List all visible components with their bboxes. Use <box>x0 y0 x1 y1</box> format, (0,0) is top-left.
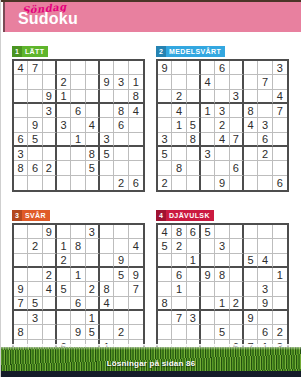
sudoku-cell-empty <box>129 225 143 239</box>
sudoku-cell-empty <box>129 118 143 132</box>
sudoku-cell-empty <box>14 239 28 253</box>
sudoku-cell-empty <box>100 225 114 239</box>
sudoku-cell-empty <box>129 161 143 175</box>
sudoku-cell-empty <box>14 75 28 89</box>
sudoku-cell-given: 2 <box>114 325 128 339</box>
sudoku-cell-given: 6 <box>14 133 28 147</box>
sudoku-cell-empty <box>129 133 143 147</box>
sudoku-cell-empty <box>258 161 272 175</box>
sudoku-cell-given: 6 <box>258 325 272 339</box>
sudoku-cell-empty <box>172 61 186 75</box>
sudoku-cell-empty <box>273 282 287 296</box>
solutions-note: Lösningar på sidan 86 <box>1 359 301 368</box>
sudoku-cell-given: 9 <box>71 325 85 339</box>
sudoku-cell-empty <box>244 161 258 175</box>
sudoku-cell-given: 8 <box>215 268 229 282</box>
sudoku-cell-given: 6 <box>215 61 229 75</box>
badge-number: 2 <box>156 46 166 57</box>
sudoku-cell-given: 8 <box>100 282 114 296</box>
sudoku-cell-empty <box>158 118 172 132</box>
sudoku-cell-empty <box>28 147 42 161</box>
sudoku-cell-empty <box>43 254 57 268</box>
sudoku-cell-empty <box>129 61 143 75</box>
bottom-bar <box>1 371 301 377</box>
sudoku-cell-empty <box>86 133 100 147</box>
sudoku-cell-given: 4 <box>100 297 114 311</box>
sudoku-cell-empty <box>57 268 71 282</box>
sudoku-cell-empty <box>28 225 42 239</box>
sudoku-cell-given: 2 <box>172 90 186 104</box>
sudoku-cell-empty <box>244 147 258 161</box>
sudoku-cell-given: 8 <box>244 104 258 118</box>
sudoku-cell-empty <box>187 239 201 253</box>
sudoku-cell-empty <box>172 254 186 268</box>
sudoku-cell-given: 4 <box>273 90 287 104</box>
sudoku-cell-empty <box>86 239 100 253</box>
sudoku-cell-empty <box>187 268 201 282</box>
badge-label: LÄTT <box>22 46 48 57</box>
sudoku-cell-empty <box>258 268 272 282</box>
sudoku-cell-empty <box>258 176 272 190</box>
difficulty-badge-3: 3SVÅR <box>12 210 50 221</box>
sudoku-cell-empty <box>129 297 143 311</box>
grass-fade <box>1 344 301 350</box>
sudoku-cell-empty <box>100 254 114 268</box>
sudoku-cell-given: 9 <box>114 254 128 268</box>
sudoku-cell-empty <box>71 90 85 104</box>
sudoku-cell-empty <box>100 90 114 104</box>
sudoku-cell-given: 1 <box>57 239 71 253</box>
sudoku-cell-empty <box>158 104 172 118</box>
sudoku-cell-empty <box>14 104 28 118</box>
sudoku-board-4: 486552315469811381297395626713 <box>156 223 289 356</box>
sudoku-cell-empty <box>57 311 71 325</box>
sudoku-cell-empty <box>28 254 42 268</box>
sudoku-cell-empty <box>86 268 100 282</box>
sudoku-cell-given: 3 <box>230 90 244 104</box>
sudoku-cell-empty <box>57 161 71 175</box>
sudoku-cell-empty <box>158 75 172 89</box>
sudoku-cell-given: 7 <box>230 133 244 147</box>
sudoku-cell-given: 2 <box>273 325 287 339</box>
sudoku-cell-given: 2 <box>57 75 71 89</box>
sudoku-cell-empty <box>273 225 287 239</box>
puzzle-3-hard: 3SVÅR 932184292159945287756431895261 <box>12 204 145 356</box>
sudoku-cell-given: 2 <box>158 176 172 190</box>
sudoku-cell-given: 8 <box>114 104 128 118</box>
sudoku-cell-given: 9 <box>201 268 215 282</box>
sudoku-cell-empty <box>14 254 28 268</box>
sudoku-cell-empty <box>43 75 57 89</box>
sudoku-cell-empty <box>187 61 201 75</box>
sudoku-cell-empty <box>201 90 215 104</box>
sudoku-cell-empty <box>129 147 143 161</box>
sudoku-cell-given: 4 <box>244 118 258 132</box>
sudoku-cell-given: 5 <box>86 325 100 339</box>
sudoku-cell-empty <box>43 147 57 161</box>
sudoku-cell-given: 3 <box>258 118 272 132</box>
sudoku-cell-empty <box>258 90 272 104</box>
sudoku-cell-given: 6 <box>230 161 244 175</box>
sudoku-cell-empty <box>129 254 143 268</box>
sudoku-cell-given: 8 <box>158 297 172 311</box>
sudoku-cell-given: 4 <box>43 282 57 296</box>
sudoku-cell-empty <box>129 311 143 325</box>
sudoku-cell-given: 6 <box>71 297 85 311</box>
sudoku-cell-given: 2 <box>28 239 42 253</box>
sudoku-board-3: 932184292159945287756431895261 <box>12 223 145 356</box>
sudoku-cell-empty <box>86 254 100 268</box>
sudoku-cell-given: 2 <box>86 282 100 296</box>
sudoku-cell-empty <box>100 61 114 75</box>
sudoku-cell-given: 8 <box>172 161 186 175</box>
sudoku-cell-given: 1 <box>172 282 186 296</box>
sudoku-cell-given: 9 <box>244 311 258 325</box>
sudoku-cell-empty <box>230 268 244 282</box>
sudoku-cell-given: 3 <box>158 133 172 147</box>
sudoku-cell-given: 6 <box>114 118 128 132</box>
sudoku-cell-empty <box>158 282 172 296</box>
sudoku-cell-empty <box>230 176 244 190</box>
sudoku-cell-given: 5 <box>158 147 172 161</box>
sudoku-cell-empty <box>158 254 172 268</box>
difficulty-badge-2: 2MEDELSVÅRT <box>156 46 225 57</box>
sudoku-cell-empty <box>86 75 100 89</box>
sudoku-cell-given: 8 <box>172 225 186 239</box>
sudoku-cell-empty <box>230 239 244 253</box>
sudoku-cell-empty <box>244 268 258 282</box>
sudoku-cell-given: 4 <box>129 239 143 253</box>
sudoku-cell-given: 5 <box>114 268 128 282</box>
sudoku-cell-empty <box>201 239 215 253</box>
sudoku-cell-given: 5 <box>158 239 172 253</box>
sudoku-cell-given: 7 <box>28 61 42 75</box>
sudoku-cell-given: 4 <box>129 104 143 118</box>
sudoku-cell-empty <box>158 90 172 104</box>
sudoku-cell-empty <box>57 325 71 339</box>
sudoku-cell-given: 3 <box>86 225 100 239</box>
sudoku-cell-given: 3 <box>43 104 57 118</box>
sudoku-cell-empty <box>244 225 258 239</box>
sudoku-cell-given: 8 <box>14 161 28 175</box>
sudoku-cell-empty <box>28 104 42 118</box>
sudoku-cell-given: 7 <box>129 282 143 296</box>
sudoku-cell-empty <box>28 90 42 104</box>
sudoku-cell-empty <box>244 282 258 296</box>
sudoku-cell-empty <box>187 75 201 89</box>
sudoku-cell-empty <box>187 90 201 104</box>
sudoku-cell-given: 3 <box>258 282 272 296</box>
sudoku-cell-empty <box>43 61 57 75</box>
sudoku-cell-empty <box>230 61 244 75</box>
sudoku-cell-empty <box>57 61 71 75</box>
sudoku-cell-empty <box>187 161 201 175</box>
sudoku-cell-given: 6 <box>172 268 186 282</box>
sudoku-cell-empty <box>172 133 186 147</box>
sudoku-cell-empty <box>100 104 114 118</box>
sudoku-cell-empty <box>28 325 42 339</box>
sudoku-cell-given: 5 <box>187 118 201 132</box>
sudoku-cell-empty <box>100 311 114 325</box>
difficulty-badge-4: 4DJÄVULSK <box>156 210 214 221</box>
sudoku-cell-empty <box>230 254 244 268</box>
sudoku-cell-empty <box>100 118 114 132</box>
sudoku-cell-empty <box>187 282 201 296</box>
sudoku-cell-empty <box>71 61 85 75</box>
sudoku-board-1: 472931918368493466513385862526 <box>12 59 145 192</box>
sudoku-cell-given: 8 <box>14 325 28 339</box>
sudoku-cell-empty <box>244 75 258 89</box>
sudoku-cell-empty <box>258 225 272 239</box>
sudoku-cell-empty <box>215 311 229 325</box>
sudoku-cell-empty <box>273 297 287 311</box>
sudoku-cell-empty <box>71 161 85 175</box>
sudoku-cell-empty <box>201 311 215 325</box>
sudoku-cell-given: 8 <box>129 90 143 104</box>
masthead: Söndag Sudoku <box>3 2 301 32</box>
sudoku-cell-given: 9 <box>129 268 143 282</box>
sudoku-cell-given: 2 <box>114 176 128 190</box>
sudoku-cell-given: 6 <box>187 225 201 239</box>
sudoku-cell-empty <box>230 282 244 296</box>
sudoku-cell-given: 5 <box>57 282 71 296</box>
sudoku-cell-empty <box>43 297 57 311</box>
sudoku-cell-given: 7 <box>14 297 28 311</box>
sudoku-cell-empty <box>187 104 201 118</box>
sudoku-cell-empty <box>114 282 128 296</box>
sudoku-cell-given: 9 <box>28 118 42 132</box>
badge-number: 1 <box>12 46 22 57</box>
sudoku-cell-empty <box>187 147 201 161</box>
sudoku-cell-empty <box>158 161 172 175</box>
sudoku-cell-empty <box>43 325 57 339</box>
sudoku-cell-empty <box>201 325 215 339</box>
sudoku-cell-given: 9 <box>43 225 57 239</box>
puzzle-4-devilish: 4DJÄVULSK 486552315469811381297395626713 <box>156 204 289 356</box>
sudoku-cell-given: 9 <box>100 75 114 89</box>
sudoku-cell-empty <box>244 90 258 104</box>
sudoku-cell-empty <box>201 133 215 147</box>
sudoku-cell-empty <box>201 297 215 311</box>
sudoku-cell-empty <box>273 147 287 161</box>
sudoku-cell-empty <box>230 147 244 161</box>
sudoku-cell-empty <box>14 225 28 239</box>
sudoku-cell-empty <box>114 61 128 75</box>
sudoku-cell-empty <box>215 225 229 239</box>
sudoku-cell-empty <box>114 311 128 325</box>
sudoku-cell-empty <box>114 239 128 253</box>
sudoku-cell-given: 1 <box>71 268 85 282</box>
difficulty-badge-1: 1LÄTT <box>12 46 48 57</box>
sudoku-cell-empty <box>100 176 114 190</box>
sudoku-cell-empty <box>201 254 215 268</box>
sudoku-cell-given: 3 <box>273 61 287 75</box>
sudoku-cell-empty <box>187 325 201 339</box>
sudoku-cell-empty <box>230 225 244 239</box>
sudoku-cell-given: 9 <box>215 176 229 190</box>
sudoku-cell-empty <box>244 297 258 311</box>
sudoku-cell-given: 5 <box>28 133 42 147</box>
sudoku-cell-empty <box>86 90 100 104</box>
sudoku-cell-given: 1 <box>57 90 71 104</box>
sudoku-cell-empty <box>57 147 71 161</box>
masthead-title: Sudoku <box>18 10 78 28</box>
sudoku-cell-given: 1 <box>215 297 229 311</box>
sudoku-cell-empty <box>57 176 71 190</box>
sudoku-cell-empty <box>86 297 100 311</box>
sudoku-cell-given: 3 <box>100 133 114 147</box>
sudoku-cell-empty <box>14 176 28 190</box>
sudoku-cell-empty <box>158 268 172 282</box>
sudoku-cell-given: 4 <box>215 133 229 147</box>
sudoku-cell-empty <box>258 239 272 253</box>
sudoku-cell-empty <box>201 176 215 190</box>
sudoku-cell-empty <box>71 225 85 239</box>
sudoku-cell-empty <box>43 176 57 190</box>
sudoku-cell-given: 4 <box>86 118 100 132</box>
sudoku-cell-empty <box>273 254 287 268</box>
sudoku-cell-empty <box>43 118 57 132</box>
sudoku-cell-given: 4 <box>14 61 28 75</box>
sudoku-cell-given: 3 <box>201 147 215 161</box>
sudoku-cell-given: 9 <box>14 282 28 296</box>
sudoku-cell-empty <box>57 104 71 118</box>
sudoku-cell-given: 8 <box>187 133 201 147</box>
sudoku-cell-given: 4 <box>258 254 272 268</box>
puzzle-1-easy: 1LÄTT 472931918368493466513385862526 <box>12 40 145 192</box>
sudoku-cell-empty <box>172 75 186 89</box>
sudoku-cell-empty <box>100 325 114 339</box>
sudoku-cell-empty <box>201 61 215 75</box>
sudoku-cell-empty <box>71 254 85 268</box>
sudoku-cell-empty <box>100 239 114 253</box>
sudoku-cell-given: 1 <box>71 133 85 147</box>
sudoku-cell-given: 5 <box>215 325 229 339</box>
sudoku-cell-given: 3 <box>215 239 229 253</box>
sudoku-cell-empty <box>215 254 229 268</box>
sudoku-cell-empty <box>57 133 71 147</box>
sudoku-cell-empty <box>230 75 244 89</box>
sudoku-cell-given: 9 <box>158 61 172 75</box>
sudoku-cell-given: 1 <box>129 75 143 89</box>
sudoku-cell-given: 1 <box>273 268 287 282</box>
sudoku-cell-given: 2 <box>43 268 57 282</box>
sudoku-cell-empty <box>215 90 229 104</box>
sudoku-cell-empty <box>71 311 85 325</box>
sudoku-cell-empty <box>14 268 28 282</box>
sudoku-cell-empty <box>273 161 287 175</box>
sudoku-cell-empty <box>215 161 229 175</box>
sudoku-cell-given: 7 <box>273 104 287 118</box>
sudoku-cell-empty <box>230 325 244 339</box>
sudoku-cell-empty <box>43 311 57 325</box>
sudoku-cell-empty <box>273 239 287 253</box>
sudoku-cell-given: 6 <box>258 133 272 147</box>
sudoku-cell-empty <box>43 133 57 147</box>
sudoku-cell-given: 6 <box>273 176 287 190</box>
badge-label: SVÅR <box>22 210 50 221</box>
sudoku-cell-given: 6 <box>129 176 143 190</box>
sudoku-cell-empty <box>158 325 172 339</box>
sudoku-cell-given: 3 <box>114 75 128 89</box>
badge-label: MEDELSVÅRT <box>166 46 225 57</box>
sudoku-cell-given: 5 <box>86 161 100 175</box>
sudoku-cell-empty <box>114 147 128 161</box>
sudoku-cell-empty <box>230 104 244 118</box>
sudoku-cell-given: 2 <box>57 254 71 268</box>
sudoku-cell-empty <box>244 61 258 75</box>
sudoku-cell-given: 3 <box>187 311 201 325</box>
sudoku-cell-given: 2 <box>43 161 57 175</box>
sudoku-cell-empty <box>28 75 42 89</box>
sudoku-cell-empty <box>215 75 229 89</box>
sudoku-cell-empty <box>230 118 244 132</box>
sudoku-cell-empty <box>28 268 42 282</box>
sudoku-cell-empty <box>86 61 100 75</box>
sudoku-cell-given: 2 <box>258 147 272 161</box>
sudoku-cell-given: 3 <box>28 311 42 325</box>
sudoku-cell-empty <box>273 118 287 132</box>
puzzle-2-medium: 2MEDELSVÅRT 9634723441387152433847653286… <box>156 40 289 192</box>
sudoku-cell-given: 1 <box>172 118 186 132</box>
sudoku-cell-given: 6 <box>71 104 85 118</box>
sudoku-cell-given: 5 <box>100 147 114 161</box>
sudoku-cell-empty <box>71 176 85 190</box>
sudoku-cell-given: 2 <box>172 239 186 253</box>
sudoku-cell-empty <box>57 297 71 311</box>
sudoku-cell-empty <box>258 311 272 325</box>
sudoku-cell-empty <box>201 161 215 175</box>
sudoku-page: Söndag Sudoku 1LÄTT 47293191836849346651… <box>0 0 301 377</box>
sudoku-cell-empty <box>273 311 287 325</box>
sudoku-cell-given: 5 <box>244 254 258 268</box>
sudoku-cell-empty <box>273 75 287 89</box>
sudoku-cell-given: 8 <box>71 239 85 253</box>
sudoku-cell-given: 5 <box>201 225 215 239</box>
sudoku-cell-empty <box>14 311 28 325</box>
sudoku-cell-empty <box>172 176 186 190</box>
sudoku-cell-empty <box>14 118 28 132</box>
sudoku-cell-empty <box>114 90 128 104</box>
sudoku-cell-empty <box>244 133 258 147</box>
sudoku-cell-empty <box>187 176 201 190</box>
sudoku-cell-given: 3 <box>14 147 28 161</box>
sudoku-cell-empty <box>86 176 100 190</box>
sudoku-cell-empty <box>71 147 85 161</box>
sudoku-cell-empty <box>172 297 186 311</box>
sudoku-cell-empty <box>244 239 258 253</box>
sudoku-cell-empty <box>129 325 143 339</box>
sudoku-cell-empty <box>100 268 114 282</box>
sudoku-cell-empty <box>71 75 85 89</box>
sudoku-cell-given: 4 <box>172 104 186 118</box>
sudoku-cell-empty <box>114 133 128 147</box>
sudoku-cell-empty <box>28 282 42 296</box>
sudoku-cell-given: 1 <box>86 311 100 325</box>
sudoku-cell-empty <box>244 325 258 339</box>
sudoku-cell-empty <box>244 176 258 190</box>
sudoku-cell-empty <box>57 225 71 239</box>
sudoku-cell-empty <box>114 225 128 239</box>
sudoku-cell-empty <box>215 282 229 296</box>
sudoku-cell-given: 3 <box>215 104 229 118</box>
sudoku-cell-empty <box>215 147 229 161</box>
badge-number: 3 <box>12 210 22 221</box>
sudoku-cell-empty <box>258 61 272 75</box>
sudoku-cell-given: 1 <box>187 254 201 268</box>
sudoku-cell-empty <box>71 282 85 296</box>
sudoku-cell-given: 1 <box>201 104 215 118</box>
